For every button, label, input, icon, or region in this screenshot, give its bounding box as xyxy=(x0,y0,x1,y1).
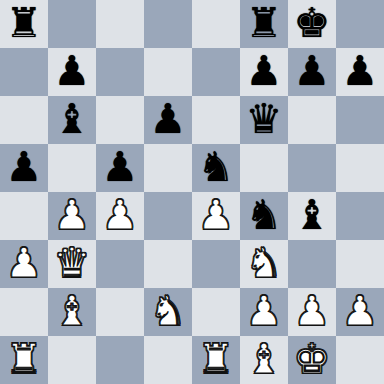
square-c2[interactable] xyxy=(96,288,144,336)
black-pawn[interactable]: ♟ xyxy=(294,48,331,95)
square-e1[interactable]: ♜ xyxy=(192,336,240,384)
square-f2[interactable]: ♟ xyxy=(240,288,288,336)
square-d5[interactable] xyxy=(144,144,192,192)
square-f8[interactable]: ♜ xyxy=(240,0,288,48)
square-g7[interactable]: ♟ xyxy=(288,48,336,96)
white-bishop[interactable]: ♝ xyxy=(246,336,283,383)
square-b4[interactable]: ♟ xyxy=(48,192,96,240)
square-a6[interactable] xyxy=(0,96,48,144)
black-rook[interactable]: ♜ xyxy=(6,0,43,47)
square-f7[interactable]: ♟ xyxy=(240,48,288,96)
square-b8[interactable] xyxy=(48,0,96,48)
square-f5[interactable] xyxy=(240,144,288,192)
square-a8[interactable]: ♜ xyxy=(0,0,48,48)
square-e6[interactable] xyxy=(192,96,240,144)
square-d2[interactable]: ♞ xyxy=(144,288,192,336)
black-bishop[interactable]: ♝ xyxy=(54,96,91,143)
black-knight[interactable]: ♞ xyxy=(246,192,283,239)
white-queen[interactable]: ♛ xyxy=(54,240,91,287)
square-h8[interactable] xyxy=(336,0,384,48)
chess-board: ♜♜♚♟♟♟♟♝♟♛♟♟♞♟♟♟♞♝♟♛♞♝♞♟♟♟♜♜♝♚ xyxy=(0,0,384,384)
square-d4[interactable] xyxy=(144,192,192,240)
black-queen[interactable]: ♛ xyxy=(246,96,283,143)
white-pawn[interactable]: ♟ xyxy=(342,288,379,335)
black-pawn[interactable]: ♟ xyxy=(246,48,283,95)
square-c5[interactable]: ♟ xyxy=(96,144,144,192)
square-e5[interactable]: ♞ xyxy=(192,144,240,192)
square-f4[interactable]: ♞ xyxy=(240,192,288,240)
square-a7[interactable] xyxy=(0,48,48,96)
square-b6[interactable]: ♝ xyxy=(48,96,96,144)
square-b5[interactable] xyxy=(48,144,96,192)
square-g8[interactable]: ♚ xyxy=(288,0,336,48)
square-a2[interactable] xyxy=(0,288,48,336)
square-a1[interactable]: ♜ xyxy=(0,336,48,384)
white-pawn[interactable]: ♟ xyxy=(54,192,91,239)
square-g5[interactable] xyxy=(288,144,336,192)
white-pawn[interactable]: ♟ xyxy=(6,240,43,287)
white-pawn[interactable]: ♟ xyxy=(246,288,283,335)
black-rook[interactable]: ♜ xyxy=(246,0,283,47)
square-e4[interactable]: ♟ xyxy=(192,192,240,240)
white-pawn[interactable]: ♟ xyxy=(198,192,235,239)
white-bishop[interactable]: ♝ xyxy=(54,288,91,335)
white-knight[interactable]: ♞ xyxy=(150,288,187,335)
square-h5[interactable] xyxy=(336,144,384,192)
square-g3[interactable] xyxy=(288,240,336,288)
black-pawn[interactable]: ♟ xyxy=(342,48,379,95)
square-c1[interactable] xyxy=(96,336,144,384)
square-c7[interactable] xyxy=(96,48,144,96)
square-f3[interactable]: ♞ xyxy=(240,240,288,288)
square-b2[interactable]: ♝ xyxy=(48,288,96,336)
white-rook[interactable]: ♜ xyxy=(198,336,235,383)
white-king[interactable]: ♚ xyxy=(294,336,331,383)
square-h1[interactable] xyxy=(336,336,384,384)
square-g4[interactable]: ♝ xyxy=(288,192,336,240)
square-c8[interactable] xyxy=(96,0,144,48)
square-h2[interactable]: ♟ xyxy=(336,288,384,336)
square-a3[interactable]: ♟ xyxy=(0,240,48,288)
square-b7[interactable]: ♟ xyxy=(48,48,96,96)
square-f6[interactable]: ♛ xyxy=(240,96,288,144)
square-e3[interactable] xyxy=(192,240,240,288)
black-pawn[interactable]: ♟ xyxy=(102,144,139,191)
black-pawn[interactable]: ♟ xyxy=(6,144,43,191)
square-c3[interactable] xyxy=(96,240,144,288)
square-e7[interactable] xyxy=(192,48,240,96)
square-e2[interactable] xyxy=(192,288,240,336)
white-rook[interactable]: ♜ xyxy=(6,336,43,383)
black-knight[interactable]: ♞ xyxy=(198,144,235,191)
square-d1[interactable] xyxy=(144,336,192,384)
square-b1[interactable] xyxy=(48,336,96,384)
square-h3[interactable] xyxy=(336,240,384,288)
white-knight[interactable]: ♞ xyxy=(246,240,283,287)
black-pawn[interactable]: ♟ xyxy=(150,96,187,143)
square-d7[interactable] xyxy=(144,48,192,96)
square-e8[interactable] xyxy=(192,0,240,48)
square-g1[interactable]: ♚ xyxy=(288,336,336,384)
square-g2[interactable]: ♟ xyxy=(288,288,336,336)
square-d3[interactable] xyxy=(144,240,192,288)
square-h4[interactable] xyxy=(336,192,384,240)
square-b3[interactable]: ♛ xyxy=(48,240,96,288)
square-d8[interactable] xyxy=(144,0,192,48)
black-bishop[interactable]: ♝ xyxy=(294,192,331,239)
square-d6[interactable]: ♟ xyxy=(144,96,192,144)
square-a4[interactable] xyxy=(0,192,48,240)
square-c6[interactable] xyxy=(96,96,144,144)
white-pawn[interactable]: ♟ xyxy=(294,288,331,335)
square-c4[interactable]: ♟ xyxy=(96,192,144,240)
black-king[interactable]: ♚ xyxy=(294,0,331,47)
square-h6[interactable] xyxy=(336,96,384,144)
square-f1[interactable]: ♝ xyxy=(240,336,288,384)
square-h7[interactable]: ♟ xyxy=(336,48,384,96)
square-g6[interactable] xyxy=(288,96,336,144)
black-pawn[interactable]: ♟ xyxy=(54,48,91,95)
square-a5[interactable]: ♟ xyxy=(0,144,48,192)
white-pawn[interactable]: ♟ xyxy=(102,192,139,239)
